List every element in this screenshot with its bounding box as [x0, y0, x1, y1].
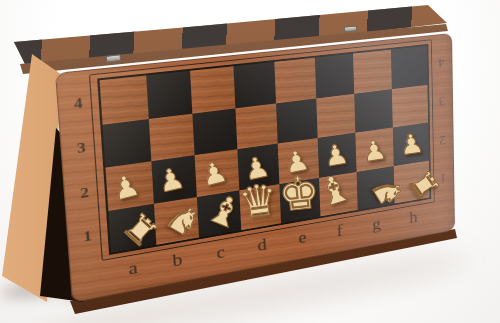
rank-label-2: 2 — [440, 132, 447, 147]
square-a4[interactable] — [100, 75, 149, 124]
square-g3[interactable] — [354, 89, 392, 133]
piece-pawn-h2[interactable]: ♟ — [397, 130, 424, 160]
square-b3[interactable] — [148, 113, 194, 161]
file-label-g: g — [372, 214, 381, 234]
square-d3[interactable] — [235, 103, 278, 149]
square-g4[interactable] — [353, 50, 391, 94]
square-h3[interactable] — [391, 84, 428, 127]
square-f4[interactable] — [314, 54, 354, 98]
square-e4[interactable] — [274, 58, 315, 103]
rank-label-4: 4 — [438, 55, 445, 70]
rank-label-4: 4 — [73, 95, 83, 113]
rank-label-3: 3 — [439, 94, 446, 109]
rank-label-2: 2 — [80, 184, 90, 201]
file-label-a: a — [128, 258, 138, 280]
square-d4[interactable] — [233, 62, 276, 108]
square-b4[interactable] — [146, 71, 193, 119]
piece-king-e1[interactable]: ♚ — [276, 169, 321, 219]
file-label-e: e — [298, 228, 307, 248]
square-c3[interactable] — [192, 108, 237, 155]
file-label-f: f — [337, 221, 343, 241]
square-f3[interactable] — [316, 93, 356, 138]
product-photo-stage: 4321 4321 abcdefgh ♟♟♟♟♟♟♟♟♜♞♝♛♚♝♞♜ — [0, 0, 500, 323]
square-e3[interactable] — [276, 98, 317, 143]
file-label-c: c — [216, 242, 225, 263]
square-h4[interactable] — [390, 46, 427, 89]
rank-label-1: 1 — [83, 228, 93, 245]
file-label-b: b — [172, 250, 183, 272]
square-a3[interactable] — [103, 119, 151, 168]
rank-label-3: 3 — [77, 140, 87, 157]
square-c4[interactable] — [190, 66, 235, 113]
file-label-d: d — [257, 235, 267, 256]
file-label-h: h — [409, 208, 417, 227]
piece-pawn-g2[interactable]: ♟ — [360, 135, 388, 166]
